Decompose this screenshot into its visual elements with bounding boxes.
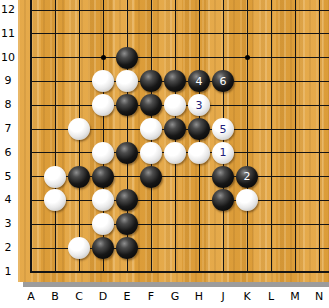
black-stone-e2[interactable] bbox=[116, 237, 138, 259]
white-stone-c2[interactable] bbox=[68, 237, 90, 259]
grid-vline bbox=[30, 0, 32, 273]
white-stone-h6[interactable] bbox=[188, 142, 210, 164]
black-stone-h7[interactable] bbox=[188, 118, 210, 140]
col-label-f: F bbox=[143, 290, 159, 304]
row-label-1: 1 bbox=[0, 265, 16, 279]
move-number-4: 4 bbox=[196, 75, 203, 86]
white-stone-j7[interactable]: 5 bbox=[212, 118, 234, 140]
col-label-d: D bbox=[95, 290, 111, 304]
row-label-9: 9 bbox=[0, 74, 16, 88]
move-number-5: 5 bbox=[220, 123, 227, 134]
white-stone-b5[interactable] bbox=[44, 166, 66, 188]
col-label-k: K bbox=[239, 290, 255, 304]
grid-hline bbox=[30, 271, 329, 273]
star-point-d10 bbox=[101, 55, 106, 60]
grid-hline bbox=[30, 200, 329, 201]
grid-vline bbox=[55, 0, 56, 273]
row-label-4: 4 bbox=[0, 193, 16, 207]
col-label-b: B bbox=[47, 290, 63, 304]
grid-vline bbox=[295, 0, 296, 273]
move-number-6: 6 bbox=[220, 75, 227, 86]
row-label-6: 6 bbox=[0, 146, 16, 160]
black-stone-d5[interactable] bbox=[92, 166, 114, 188]
grid-hline bbox=[30, 224, 329, 225]
star-point-k10 bbox=[245, 55, 250, 60]
black-stone-g7[interactable] bbox=[164, 118, 186, 140]
row-label-2: 2 bbox=[0, 241, 16, 255]
row-label-7: 7 bbox=[0, 122, 16, 136]
row-label-5: 5 bbox=[0, 170, 16, 184]
move-number-2: 2 bbox=[244, 171, 251, 182]
black-stone-f5[interactable] bbox=[140, 166, 162, 188]
col-label-l: L bbox=[263, 290, 279, 304]
grid-hline bbox=[30, 57, 329, 58]
col-label-h: H bbox=[191, 290, 207, 304]
row-label-3: 3 bbox=[0, 217, 16, 231]
col-label-j: J bbox=[215, 290, 231, 304]
col-label-e: E bbox=[119, 290, 135, 304]
go-board[interactable] bbox=[18, 0, 329, 282]
col-label-n: N bbox=[311, 290, 327, 304]
move-number-3: 3 bbox=[196, 99, 203, 110]
row-label-8: 8 bbox=[0, 98, 16, 112]
black-stone-k5[interactable]: 2 bbox=[236, 166, 258, 188]
white-stone-f7[interactable] bbox=[140, 118, 162, 140]
col-label-m: M bbox=[287, 290, 303, 304]
black-stone-j5[interactable] bbox=[212, 166, 234, 188]
white-stone-d6[interactable] bbox=[92, 142, 114, 164]
grid-hline bbox=[30, 10, 329, 11]
white-stone-g6[interactable] bbox=[164, 142, 186, 164]
black-stone-e6[interactable] bbox=[116, 142, 138, 164]
grid-vline bbox=[247, 0, 248, 273]
row-label-11: 11 bbox=[0, 27, 16, 41]
black-stone-e10[interactable] bbox=[116, 47, 138, 69]
col-label-a: A bbox=[23, 290, 39, 304]
black-stone-d2[interactable] bbox=[92, 237, 114, 259]
go-board-diagram: 462351 121110987654321 ABCDEFGHJKLMN bbox=[0, 0, 329, 308]
col-label-c: C bbox=[71, 290, 87, 304]
white-stone-j6[interactable]: 1 bbox=[212, 142, 234, 164]
move-number-1: 1 bbox=[220, 147, 227, 158]
white-stone-c7[interactable] bbox=[68, 118, 90, 140]
grid-vline bbox=[271, 0, 272, 273]
black-stone-c5[interactable] bbox=[68, 166, 90, 188]
row-label-10: 10 bbox=[0, 51, 16, 65]
grid-hline bbox=[30, 33, 329, 34]
row-label-12: 12 bbox=[0, 3, 16, 17]
white-stone-f6[interactable] bbox=[140, 142, 162, 164]
col-label-g: G bbox=[167, 290, 183, 304]
board-shadow bbox=[23, 282, 329, 287]
grid-vline bbox=[319, 0, 320, 273]
